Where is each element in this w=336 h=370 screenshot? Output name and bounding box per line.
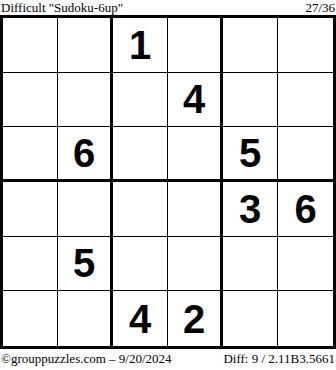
copyright-date: ©grouppuzzles.com – 9/20/2024	[1, 351, 172, 367]
cell-r4c6[interactable]: 6	[278, 182, 333, 237]
cell-r3c6[interactable]	[278, 127, 333, 182]
cell-r6c3[interactable]: 4	[113, 291, 168, 346]
cell-r2c3[interactable]	[113, 73, 168, 128]
cell-r6c6[interactable]	[278, 291, 333, 346]
cell-r2c5[interactable]	[223, 73, 278, 128]
cell-r4c5[interactable]: 3	[223, 182, 278, 237]
cell-r3c1[interactable]	[3, 127, 58, 182]
cell-r1c2[interactable]	[58, 18, 113, 73]
cell-r6c5[interactable]	[223, 291, 278, 346]
cell-r4c3[interactable]	[113, 182, 168, 237]
puzzle-title: Difficult "Sudoku-6up"	[1, 1, 123, 15]
cell-r3c3[interactable]	[113, 127, 168, 182]
cell-r3c2[interactable]: 6	[58, 127, 113, 182]
cell-r5c2[interactable]: 5	[58, 237, 113, 292]
cell-r5c6[interactable]	[278, 237, 333, 292]
sudoku-board: 146536542	[0, 15, 336, 349]
cell-r6c4[interactable]: 2	[168, 291, 223, 346]
cell-r3c4[interactable]	[168, 127, 223, 182]
cell-r1c1[interactable]	[3, 18, 58, 73]
cell-r1c5[interactable]	[223, 18, 278, 73]
cell-r5c5[interactable]	[223, 237, 278, 292]
cell-r2c4[interactable]: 4	[168, 73, 223, 128]
cell-r5c1[interactable]	[3, 237, 58, 292]
cell-r4c1[interactable]	[3, 182, 58, 237]
remaining-counter: 27/36	[305, 1, 335, 15]
header: Difficult "Sudoku-6up" 27/36	[0, 0, 336, 15]
footer: ©grouppuzzles.com – 9/20/2024 Diff: 9 / …	[0, 349, 336, 367]
cell-r4c2[interactable]	[58, 182, 113, 237]
cell-r1c6[interactable]	[278, 18, 333, 73]
cell-r1c4[interactable]	[168, 18, 223, 73]
cell-r6c2[interactable]	[58, 291, 113, 346]
cell-r5c4[interactable]	[168, 237, 223, 292]
cell-r4c4[interactable]	[168, 182, 223, 237]
cell-r5c3[interactable]	[113, 237, 168, 292]
sudoku-page: Difficult "Sudoku-6up" 27/36 146536542 ©…	[0, 0, 336, 370]
cell-r6c1[interactable]	[3, 291, 58, 346]
difficulty-label: Diff: 9 / 2.11B3.5661	[223, 351, 335, 367]
cell-r1c3[interactable]: 1	[113, 18, 168, 73]
cell-r2c1[interactable]	[3, 73, 58, 128]
cell-r3c5[interactable]: 5	[223, 127, 278, 182]
cell-r2c2[interactable]	[58, 73, 113, 128]
cell-r2c6[interactable]	[278, 73, 333, 128]
